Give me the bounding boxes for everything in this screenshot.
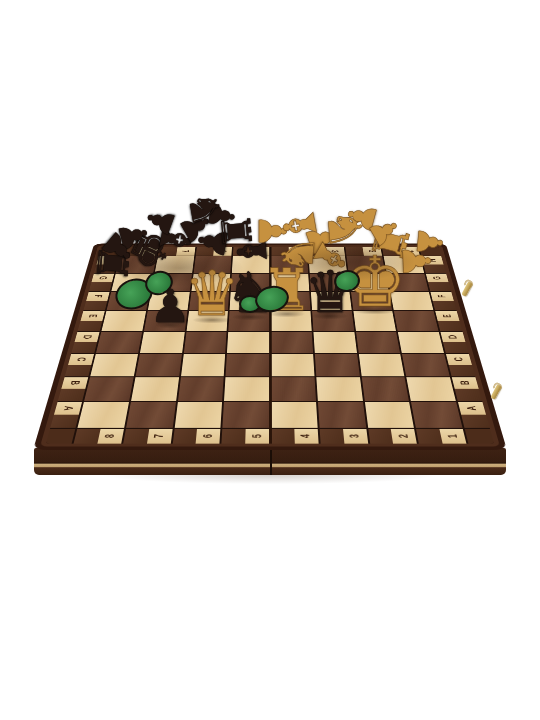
front-number-5-label-cell: 5 [245, 429, 269, 444]
right-letter-C-label: C [453, 357, 465, 361]
square [226, 354, 269, 376]
chess-set-photo: 87654321HHGGFFEEDDCCBBAA87654321 ♜♚♟♟♝♟♟… [0, 0, 540, 720]
front-number-6: 6 [172, 429, 220, 444]
left-letter-C-label: C [75, 357, 87, 361]
right-letter-G: G [426, 274, 451, 292]
right-letter-H-label: H [427, 259, 437, 262]
square [391, 292, 434, 311]
square [193, 256, 231, 273]
right-letter-C-spacer [449, 365, 475, 376]
front-number-8-label: 8 [104, 434, 117, 438]
front-number-8: 8 [74, 429, 124, 444]
right-letter-D-spacer [443, 342, 469, 353]
left-letter-F-label-cell: F [86, 292, 109, 301]
brass-clasp-lower [490, 384, 501, 400]
left-letter-A-spacer [50, 415, 79, 428]
square [311, 292, 352, 311]
square [271, 377, 316, 401]
square [189, 292, 230, 311]
left-letter-E: E [78, 311, 105, 331]
board-side-edge [34, 448, 506, 475]
right-letter-C-label-cell: C [446, 354, 472, 365]
back-number-3-label: 3 [330, 250, 339, 252]
square [398, 332, 444, 353]
brass-clasp-upper [461, 281, 472, 297]
front-number-1-label: 1 [447, 434, 460, 438]
front-number-7-label-cell: 7 [147, 429, 173, 444]
back-number-3: 3 [308, 247, 345, 256]
square [312, 311, 354, 331]
square [387, 274, 429, 292]
front-number-6-label-cell: 6 [196, 429, 221, 444]
back-number-1-label: 1 [405, 250, 415, 252]
square [116, 256, 156, 273]
square [411, 402, 462, 428]
left-letter-H: H [94, 256, 118, 273]
right-letter-A-spacer [461, 415, 490, 428]
back-number-1: 1 [382, 247, 420, 256]
right-letter-F-label: F [437, 295, 447, 298]
square [271, 311, 312, 331]
back-number-5-label: 5 [256, 250, 265, 252]
square [348, 274, 388, 292]
front-number-4-spacer [271, 429, 295, 444]
front-number-5-spacer [222, 429, 246, 444]
square [318, 402, 366, 428]
left-letter-A-label: A [62, 406, 75, 411]
square [353, 311, 396, 331]
square [271, 256, 308, 273]
right-letter-E: E [435, 311, 462, 331]
square [84, 377, 133, 401]
square [308, 256, 346, 273]
right-letter-E-label-cell: E [435, 311, 459, 321]
square [223, 402, 269, 428]
right-letter-C: C [446, 354, 475, 376]
front-number-8-label-cell: 8 [97, 429, 123, 444]
square [232, 256, 269, 273]
left-letter-G: G [89, 274, 114, 292]
back-number-8-spacer [120, 247, 140, 256]
right-letter-G-label: G [432, 276, 442, 279]
right-letter-A: A [458, 402, 490, 428]
square [174, 402, 222, 428]
chess-piece-dark-pawn-fallen-5: ♟ [203, 197, 242, 233]
corner-back-left [99, 247, 121, 256]
square [316, 377, 362, 401]
square [90, 354, 138, 376]
square [271, 274, 309, 292]
square [178, 377, 224, 401]
back-number-3-spacer [308, 247, 327, 256]
square [402, 354, 450, 376]
square [78, 402, 129, 428]
front-number-1: 1 [416, 429, 466, 444]
board-fold-seam-side [270, 448, 272, 475]
left-letter-G-label-cell: G [91, 274, 114, 283]
chess-piece-light-bishop-fallen: ♝ [275, 202, 325, 248]
back-number-5: 5 [233, 247, 269, 256]
right-letter-B-label-cell: B [452, 377, 479, 389]
back-number-2-label: 2 [368, 250, 377, 252]
left-letter-D: D [71, 332, 99, 353]
square [315, 354, 360, 376]
front-number-7: 7 [123, 429, 172, 444]
board-grid: 87654321HHGGFFEEDDCCBBAA87654321 [46, 247, 494, 444]
left-letter-G-label: G [98, 276, 108, 279]
back-number-8-label-cell: 8 [138, 247, 158, 256]
front-number-2: 2 [368, 429, 417, 444]
square [271, 402, 317, 428]
back-number-7-label: 7 [181, 250, 190, 252]
square [230, 292, 269, 311]
back-number-3-label-cell: 3 [326, 247, 345, 256]
front-number-3-label: 3 [349, 434, 361, 438]
square [135, 354, 181, 376]
back-number-6: 6 [195, 247, 232, 256]
square [364, 402, 414, 428]
left-letter-G-spacer [89, 282, 112, 291]
square [151, 274, 191, 292]
front-number-2-label: 2 [398, 434, 410, 438]
left-letter-C-label-cell: C [68, 354, 94, 365]
back-number-1-spacer [382, 247, 402, 256]
left-letter-E-label: E [87, 314, 98, 317]
front-number-4-label-cell: 4 [294, 429, 318, 444]
left-letter-B-spacer [58, 389, 85, 401]
square [126, 402, 176, 428]
square [131, 377, 179, 401]
chess-piece-dark-knight-fallen: ♞ [182, 188, 228, 230]
back-number-6-label: 6 [218, 250, 227, 252]
corner-front-left [46, 429, 75, 444]
back-number-4-label: 4 [293, 250, 302, 252]
square [271, 354, 314, 376]
left-letter-H-spacer [94, 264, 116, 272]
back-number-2-label-cell: 2 [363, 247, 382, 256]
left-letter-A-label-cell: A [54, 402, 82, 415]
square [271, 292, 310, 311]
back-number-2: 2 [345, 247, 382, 256]
right-letter-B: B [452, 377, 482, 401]
left-letter-D-spacer [71, 342, 97, 353]
right-letter-F: F [430, 292, 456, 311]
board-fold-seam-top [269, 247, 272, 444]
left-letter-F-spacer [83, 301, 107, 310]
left-letter-C: C [65, 354, 94, 376]
left-letter-B-label-cell: B [61, 377, 88, 389]
square [96, 332, 142, 353]
square [231, 274, 269, 292]
back-number-8: 8 [120, 247, 158, 256]
corner-back-right [419, 247, 441, 256]
right-letter-D-label-cell: D [440, 332, 465, 342]
front-number-3: 3 [319, 429, 367, 444]
chess-piece-dark-pawn-fallen-6: ♟ [139, 201, 181, 241]
square [191, 274, 230, 292]
back-number-4-label-cell: 4 [289, 247, 307, 256]
square [155, 256, 194, 273]
right-letter-E-spacer [438, 321, 463, 331]
square [107, 292, 150, 311]
back-number-6-spacer [195, 247, 214, 256]
back-number-7-label-cell: 7 [176, 247, 195, 256]
back-number-5-spacer [233, 247, 251, 256]
front-number-2-label-cell: 2 [391, 429, 417, 444]
square [346, 256, 385, 273]
square [361, 377, 409, 401]
square [148, 292, 190, 311]
right-letter-E-label: E [442, 314, 453, 317]
back-number-7-spacer [158, 247, 177, 256]
right-letter-F-spacer [433, 301, 457, 310]
right-letter-G-spacer [428, 282, 451, 291]
right-letter-G-label-cell: G [426, 274, 449, 283]
square [313, 332, 356, 353]
left-letter-B-label: B [69, 381, 81, 385]
square [394, 311, 438, 331]
right-letter-A-label: A [466, 406, 479, 411]
left-letter-E-spacer [78, 321, 103, 331]
back-number-5-label-cell: 5 [251, 247, 269, 256]
square [224, 377, 269, 401]
board-frame: 87654321HHGGFFEEDDCCBBAA87654321 [40, 245, 500, 446]
square [183, 332, 226, 353]
front-number-3-label-cell: 3 [343, 429, 368, 444]
left-letter-F: F [83, 292, 109, 311]
right-letter-H: H [422, 256, 446, 273]
left-letter-E-label-cell: E [80, 311, 104, 321]
square [229, 311, 270, 331]
left-letter-C-spacer [65, 365, 91, 376]
front-number-5: 5 [222, 429, 269, 444]
front-number-1-label-cell: 1 [440, 429, 467, 444]
right-letter-H-label-cell: H [422, 256, 444, 264]
back-number-6-label-cell: 6 [214, 247, 233, 256]
chess-board: 87654321HHGGFFEEDDCCBBAA87654321 [33, 243, 507, 450]
square [358, 354, 404, 376]
left-letter-B: B [58, 377, 88, 401]
left-letter-H-label-cell: H [96, 256, 118, 264]
right-letter-D: D [440, 332, 468, 353]
left-letter-F-label: F [93, 295, 103, 298]
corner-front-right [465, 429, 494, 444]
square [407, 377, 456, 401]
left-letter-D-label: D [81, 335, 92, 339]
back-number-1-label-cell: 1 [400, 247, 420, 256]
front-number-7-spacer [123, 429, 149, 444]
chess-piece-light-pawn-fallen-3: ♟ [340, 197, 383, 237]
square [101, 311, 145, 331]
left-letter-D-label-cell: D [75, 332, 100, 342]
front-number-7-label: 7 [153, 434, 165, 438]
front-number-6-label: 6 [202, 434, 214, 438]
front-number-4-label: 4 [300, 434, 312, 438]
square [356, 332, 401, 353]
square [384, 256, 424, 273]
right-letter-H-spacer [424, 264, 446, 272]
front-number-1-spacer [416, 429, 442, 444]
left-letter-H-label: H [103, 259, 113, 262]
square [144, 311, 187, 331]
square [111, 274, 153, 292]
front-number-8-spacer [74, 429, 101, 444]
back-number-8-label: 8 [143, 250, 152, 252]
right-letter-D-label: D [447, 335, 458, 339]
square [181, 354, 226, 376]
right-letter-A-label-cell: A [458, 402, 486, 415]
back-number-2-spacer [345, 247, 364, 256]
back-number-7: 7 [158, 247, 195, 256]
square [186, 311, 228, 331]
square [227, 332, 269, 353]
right-letter-B-spacer [455, 389, 482, 401]
back-number-4: 4 [271, 247, 307, 256]
back-number-4-spacer [271, 247, 289, 256]
square [140, 332, 185, 353]
front-number-4: 4 [271, 429, 318, 444]
front-number-2-spacer [368, 429, 394, 444]
right-letter-B-label: B [459, 381, 471, 385]
square [310, 274, 349, 292]
square [271, 332, 313, 353]
right-letter-F-label-cell: F [430, 292, 453, 301]
front-number-5-label: 5 [251, 434, 263, 438]
square [351, 292, 393, 311]
front-number-3-spacer [319, 429, 344, 444]
front-number-6-spacer [172, 429, 197, 444]
